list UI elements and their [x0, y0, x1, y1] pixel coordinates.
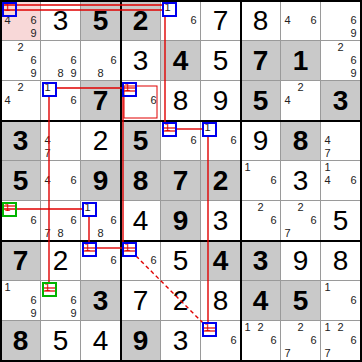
solved-digit: 8 [201, 281, 240, 320]
cell-r4c2[interactable]: 47 [41, 121, 81, 161]
cell-r4c9[interactable]: 47 [321, 121, 361, 161]
cell-r1c1[interactable]: 1469 [1, 1, 41, 41]
candidate-4: 4 [1, 14, 14, 27]
solved-digit: 9 [241, 121, 280, 160]
cell-r2c3[interactable]: 68 [81, 41, 121, 81]
pencil-marks: 16 [201, 121, 240, 160]
given-digit: 9 [161, 201, 200, 240]
pencil-marks: 16 [1, 201, 40, 240]
given-digit: 8 [1, 321, 40, 360]
cell-r6c3[interactable]: 168 [81, 201, 121, 241]
candidate-8: 8 [94, 67, 107, 80]
candidate-6: 6 [67, 94, 80, 107]
solved-digit: 4 [81, 321, 120, 360]
cell-r2c8[interactable]: 1 [281, 41, 321, 81]
candidate-1: 1 [161, 1, 174, 14]
cell-r7c9[interactable]: 8 [321, 241, 361, 281]
solved-digit: 3 [161, 321, 200, 360]
cell-r3c6[interactable]: 9 [201, 81, 241, 121]
given-digit: 5 [241, 81, 280, 120]
cell-r1c5[interactable]: 16 [161, 1, 201, 41]
cell-r8c5[interactable]: 2 [161, 281, 201, 321]
cell-r8c7[interactable]: 4 [241, 281, 281, 321]
candidate-1: 1 [81, 241, 94, 254]
candidate-6: 6 [107, 54, 120, 67]
candidate-6: 6 [67, 174, 80, 187]
pencil-marks: 169 [41, 281, 80, 320]
given-digit: 8 [121, 161, 160, 200]
solved-digit: 2 [81, 121, 120, 160]
cell-r6c4[interactable]: 4 [121, 201, 161, 241]
given-digit: 3 [321, 81, 360, 120]
candidate-4: 4 [41, 134, 54, 147]
cell-r2c1[interactable]: 269 [1, 41, 41, 81]
candidate-7: 7 [41, 227, 54, 240]
cell-r8c1[interactable]: 169 [1, 281, 41, 321]
cell-r5c3[interactable]: 9 [81, 161, 121, 201]
cell-r8c4[interactable]: 7 [121, 281, 161, 321]
candidate-2: 2 [294, 81, 307, 94]
candidate-9: 9 [347, 67, 360, 80]
solved-digit: 3 [41, 1, 80, 40]
cell-r3c8[interactable]: 24 [281, 81, 321, 121]
candidate-4: 4 [281, 94, 294, 107]
candidate-9: 9 [67, 67, 80, 80]
given-digit: 4 [241, 281, 280, 320]
pencil-marks: 126 [241, 321, 280, 360]
candidate-1: 1 [201, 321, 214, 334]
cell-r3c2[interactable]: 16 [41, 81, 81, 121]
pencil-marks: 269 [321, 41, 360, 80]
candidate-6: 6 [307, 334, 320, 347]
candidate-6: 6 [27, 14, 40, 27]
pencil-marks: 68 [81, 41, 120, 80]
cell-r6c7[interactable]: 26 [241, 201, 281, 241]
solved-digit: 5 [161, 241, 200, 280]
candidate-6: 6 [187, 14, 200, 27]
cell-r5c1[interactable]: 5 [1, 161, 41, 201]
candidate-6: 6 [107, 254, 120, 267]
pencil-marks: 24 [1, 81, 40, 120]
pencil-marks: 16 [121, 241, 160, 280]
cell-r4c7[interactable]: 9 [241, 121, 281, 161]
given-digit: 3 [1, 121, 40, 160]
given-digit: 4 [201, 241, 240, 280]
pencil-marks: 69 [321, 1, 360, 40]
candidate-1: 1 [321, 321, 334, 334]
cell-r3c3[interactable]: 7 [81, 81, 121, 121]
candidate-6: 6 [347, 294, 360, 307]
candidate-1: 1 [321, 161, 334, 174]
candidate-4: 4 [321, 174, 334, 187]
candidate-6: 6 [27, 54, 40, 67]
given-digit: 7 [161, 161, 200, 200]
pencil-marks: 46 [281, 1, 320, 40]
candidate-1: 1 [321, 281, 334, 294]
candidate-2: 2 [294, 321, 307, 334]
candidate-6: 6 [27, 294, 40, 307]
cell-r8c8[interactable]: 5 [281, 281, 321, 321]
cell-r8c6[interactable]: 8 [201, 281, 241, 321]
pencil-marks: 47 [321, 121, 360, 160]
cell-r2c4[interactable]: 3 [121, 41, 161, 81]
candidate-1: 1 [121, 81, 134, 94]
candidate-7: 7 [41, 147, 54, 160]
pencil-marks: 16 [201, 321, 240, 360]
candidate-6: 6 [227, 334, 240, 347]
candidate-6: 6 [267, 174, 280, 187]
cell-r1c9[interactable]: 69 [321, 1, 361, 41]
pencil-marks: 16 [161, 1, 200, 40]
candidate-8: 8 [94, 227, 107, 240]
cell-r9c7[interactable]: 126 [241, 321, 281, 361]
cell-r9c6[interactable]: 16 [201, 321, 241, 361]
cell-r8c3[interactable]: 3 [81, 281, 121, 321]
cell-r2c7[interactable]: 7 [241, 41, 281, 81]
pencil-marks: 16 [241, 161, 280, 200]
solved-digit: 3 [121, 41, 160, 80]
pencil-marks: 16 [321, 281, 360, 320]
candidate-2: 2 [294, 201, 307, 214]
cell-r9c3[interactable]: 4 [81, 321, 121, 361]
cell-r3c7[interactable]: 5 [241, 81, 281, 121]
candidate-6: 6 [267, 214, 280, 227]
cell-r5c4[interactable]: 8 [121, 161, 161, 201]
candidate-7: 7 [321, 347, 334, 360]
cell-r7c5[interactable]: 5 [161, 241, 201, 281]
candidate-6: 6 [347, 334, 360, 347]
given-digit: 3 [241, 241, 280, 280]
candidate-6: 6 [347, 54, 360, 67]
candidate-6: 6 [67, 54, 80, 67]
candidate-1: 1 [41, 81, 54, 94]
cell-r6c6[interactable]: 3 [201, 201, 241, 241]
cell-r9c5[interactable]: 3 [161, 321, 201, 361]
cell-r6c1[interactable]: 16 [1, 201, 41, 241]
cell-r7c2[interactable]: 2 [41, 241, 81, 281]
given-digit: 2 [201, 161, 240, 200]
solved-digit: 8 [241, 1, 280, 40]
candidate-2: 2 [14, 41, 27, 54]
pencil-marks: 16 [161, 121, 200, 160]
cell-r4c4[interactable]: 5 [121, 121, 161, 161]
candidate-2: 2 [254, 201, 267, 214]
cell-r1c3[interactable]: 5 [81, 1, 121, 41]
candidate-1: 1 [241, 161, 254, 174]
cell-r5c5[interactable]: 7 [161, 161, 201, 201]
candidate-1: 1 [1, 1, 14, 14]
cell-r9c2[interactable]: 5 [41, 321, 81, 361]
cell-r9c4[interactable]: 9 [121, 321, 161, 361]
cell-r7c6[interactable]: 4 [201, 241, 241, 281]
solved-digit: 5 [201, 41, 240, 80]
pencil-marks: 269 [1, 41, 40, 80]
candidate-6: 6 [307, 14, 320, 27]
candidate-6: 6 [147, 94, 160, 107]
cell-r3c4[interactable]: 16 [121, 81, 161, 121]
candidate-9: 9 [27, 307, 40, 320]
cell-r4c3[interactable]: 2 [81, 121, 121, 161]
candidate-1: 1 [1, 281, 14, 294]
cell-r2c6[interactable]: 5 [201, 41, 241, 81]
candidate-2: 2 [334, 41, 347, 54]
pencil-marks: 1469 [1, 1, 40, 40]
candidate-6: 6 [67, 214, 80, 227]
pencil-marks: 267 [281, 201, 320, 240]
cell-r9c1[interactable]: 8 [1, 321, 41, 361]
pencil-marks: 24 [281, 81, 320, 120]
given-digit: 3 [81, 281, 120, 320]
pencil-marks: 146 [321, 161, 360, 200]
solved-digit: 5 [321, 201, 360, 240]
given-digit: 5 [281, 281, 320, 320]
candidate-1: 1 [121, 241, 134, 254]
solved-digit: 7 [201, 1, 240, 40]
cell-r1c8[interactable]: 46 [281, 1, 321, 41]
pencil-marks: 168 [81, 201, 120, 240]
candidate-4: 4 [321, 134, 334, 147]
given-digit: 2 [121, 1, 160, 40]
solved-digit: 9 [281, 241, 320, 280]
cell-r9c8[interactable]: 267 [281, 321, 321, 361]
cell-r1c7[interactable]: 8 [241, 1, 281, 41]
candidate-6: 6 [147, 254, 160, 267]
cell-r1c2[interactable]: 3 [41, 1, 81, 41]
given-digit: 4 [161, 41, 200, 80]
given-digit: 7 [241, 41, 280, 80]
solved-digit: 8 [321, 241, 360, 280]
candidate-6: 6 [27, 214, 40, 227]
cell-r7c7[interactable]: 3 [241, 241, 281, 281]
pencil-marks: 689 [41, 41, 80, 80]
sudoku-board: 1469352167846692696896834571269241671689… [0, 0, 362, 362]
cell-r4c8[interactable]: 8 [281, 121, 321, 161]
candidate-7: 7 [281, 227, 294, 240]
cell-r2c9[interactable]: 269 [321, 41, 361, 81]
cell-r6c9[interactable]: 5 [321, 201, 361, 241]
pencil-marks: 1267 [321, 321, 360, 360]
solved-digit: 7 [121, 281, 160, 320]
given-digit: 9 [121, 321, 160, 360]
candidate-4: 4 [1, 94, 14, 107]
pencil-marks: 16 [81, 241, 120, 280]
cell-r6c8[interactable]: 267 [281, 201, 321, 241]
candidate-2: 2 [14, 81, 27, 94]
solved-digit: 3 [201, 201, 240, 240]
solved-digit: 2 [161, 281, 200, 320]
solved-digit: 3 [281, 161, 320, 200]
pencil-marks: 46 [41, 161, 80, 200]
candidate-1: 1 [241, 321, 254, 334]
cell-r9c9[interactable]: 1267 [321, 321, 361, 361]
cell-r3c5[interactable]: 8 [161, 81, 201, 121]
given-digit: 7 [1, 241, 40, 280]
candidate-6: 6 [67, 294, 80, 307]
cell-r2c5[interactable]: 4 [161, 41, 201, 81]
cell-r1c4[interactable]: 2 [121, 1, 161, 41]
cell-r7c4[interactable]: 16 [121, 241, 161, 281]
given-digit: 7 [81, 81, 120, 120]
cell-r5c8[interactable]: 3 [281, 161, 321, 201]
candidate-7: 7 [321, 147, 334, 160]
cell-r1c6[interactable]: 7 [201, 1, 241, 41]
solved-digit: 9 [201, 81, 240, 120]
pencil-marks: 47 [41, 121, 80, 160]
candidate-9: 9 [67, 307, 80, 320]
cell-r8c9[interactable]: 16 [321, 281, 361, 321]
candidate-7: 7 [281, 347, 294, 360]
cell-r3c9[interactable]: 3 [321, 81, 361, 121]
cell-r4c1[interactable]: 3 [1, 121, 41, 161]
candidate-4: 4 [41, 174, 54, 187]
candidate-2: 2 [254, 321, 267, 334]
pencil-marks: 16 [121, 81, 160, 120]
candidate-4: 4 [281, 14, 294, 27]
cell-r3c1[interactable]: 24 [1, 81, 41, 121]
solved-digit: 8 [161, 81, 200, 120]
candidate-2: 2 [334, 321, 347, 334]
candidate-6: 6 [267, 334, 280, 347]
cell-r4c6[interactable]: 16 [201, 121, 241, 161]
cell-r5c7[interactable]: 16 [241, 161, 281, 201]
cell-r6c5[interactable]: 9 [161, 201, 201, 241]
candidate-6: 6 [307, 214, 320, 227]
solved-digit: 2 [41, 241, 80, 280]
cell-r8c2[interactable]: 169 [41, 281, 81, 321]
given-digit: 9 [81, 161, 120, 200]
pencil-marks: 678 [41, 201, 80, 240]
candidate-1: 1 [201, 121, 214, 134]
candidate-6: 6 [107, 214, 120, 227]
cell-r5c2[interactable]: 46 [41, 161, 81, 201]
candidate-6: 6 [227, 134, 240, 147]
cell-r4c5[interactable]: 16 [161, 121, 201, 161]
pencil-marks: 169 [1, 281, 40, 320]
pencil-marks: 26 [241, 201, 280, 240]
cell-r2c2[interactable]: 689 [41, 41, 81, 81]
cell-r7c8[interactable]: 9 [281, 241, 321, 281]
candidate-9: 9 [27, 27, 40, 40]
candidate-6: 6 [187, 134, 200, 147]
given-digit: 5 [121, 121, 160, 160]
given-digit: 1 [281, 41, 320, 80]
given-digit: 8 [281, 121, 320, 160]
candidate-9: 9 [347, 27, 360, 40]
candidate-1: 1 [81, 201, 94, 214]
cell-r5c6[interactable]: 2 [201, 161, 241, 201]
solved-digit: 4 [121, 201, 160, 240]
pencil-marks: 16 [41, 81, 80, 120]
candidate-9: 9 [27, 67, 40, 80]
cell-r5c9[interactable]: 146 [321, 161, 361, 201]
cell-r6c2[interactable]: 678 [41, 201, 81, 241]
candidate-1: 1 [161, 121, 174, 134]
cell-r7c1[interactable]: 7 [1, 241, 41, 281]
candidate-1: 1 [41, 281, 54, 294]
candidate-8: 8 [54, 67, 67, 80]
candidate-8: 8 [54, 227, 67, 240]
candidate-6: 6 [347, 14, 360, 27]
solved-digit: 5 [41, 321, 80, 360]
candidate-6: 6 [347, 174, 360, 187]
candidate-1: 1 [1, 201, 14, 214]
given-digit: 5 [1, 161, 40, 200]
pencil-marks: 267 [281, 321, 320, 360]
cell-r7c3[interactable]: 16 [81, 241, 121, 281]
given-digit: 5 [81, 1, 120, 40]
